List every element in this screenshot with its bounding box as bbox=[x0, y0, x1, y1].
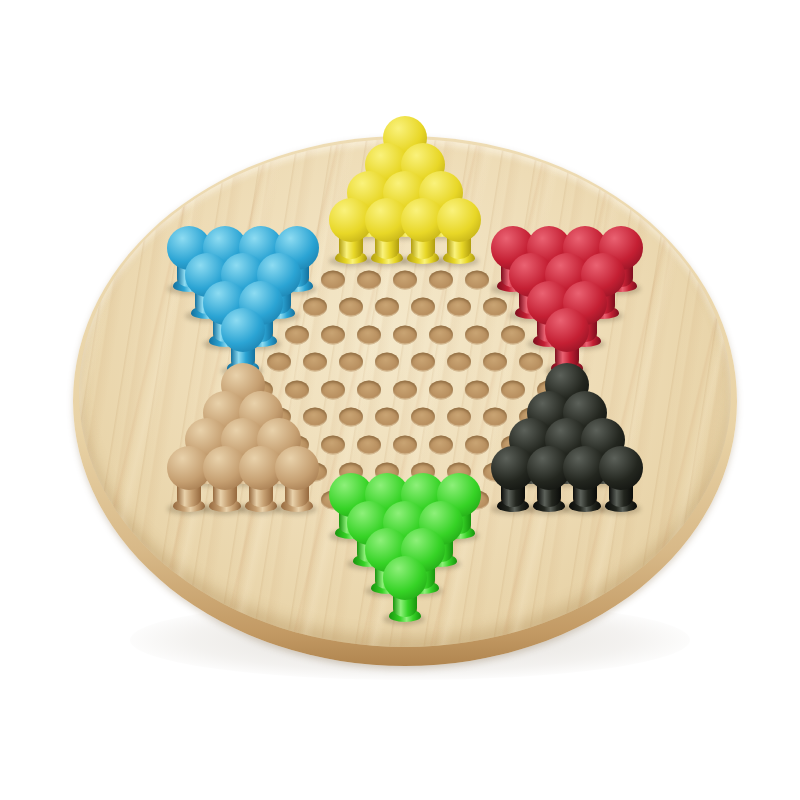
hole bbox=[375, 408, 399, 427]
hole bbox=[501, 325, 525, 344]
peg-ball bbox=[599, 446, 643, 490]
hole bbox=[303, 298, 327, 317]
hole bbox=[465, 435, 489, 454]
board-cell-r10-c8[interactable] bbox=[486, 404, 504, 432]
board-cell-r13-c3[interactable] bbox=[252, 486, 270, 514]
board-cell-r6-c5[interactable] bbox=[342, 294, 360, 322]
board-cell-r6-c6[interactable] bbox=[378, 294, 396, 322]
hole bbox=[303, 408, 327, 427]
board-cell-r13-c4[interactable] bbox=[288, 486, 306, 514]
hole bbox=[321, 435, 345, 454]
hole bbox=[501, 380, 525, 399]
hole bbox=[339, 298, 363, 317]
hole bbox=[357, 270, 381, 289]
board-cell-r11-c7[interactable] bbox=[432, 431, 450, 459]
hole bbox=[429, 380, 453, 399]
chinese-checkers-photo bbox=[0, 0, 800, 800]
board-cell-r9-c6[interactable] bbox=[432, 376, 450, 404]
hole bbox=[339, 408, 363, 427]
hole bbox=[465, 325, 489, 344]
hole bbox=[411, 353, 435, 372]
board-cell-r8-c2[interactable] bbox=[270, 349, 288, 377]
board-cell-r13-c10[interactable] bbox=[504, 486, 522, 514]
board-cell-r8-c4[interactable] bbox=[342, 349, 360, 377]
hole bbox=[357, 325, 381, 344]
board-cell-r13-c11[interactable] bbox=[540, 486, 558, 514]
board-cell-r11-c5[interactable] bbox=[360, 431, 378, 459]
hole bbox=[375, 353, 399, 372]
board-cell-r9-c3[interactable] bbox=[324, 376, 342, 404]
board-cell-r7-c7[interactable] bbox=[432, 321, 450, 349]
hole bbox=[429, 325, 453, 344]
peg-green[interactable] bbox=[383, 556, 427, 622]
board-cell-r13-c12[interactable] bbox=[576, 486, 594, 514]
board-cell-r8-c7[interactable] bbox=[450, 349, 468, 377]
hole bbox=[447, 298, 471, 317]
peg-ball bbox=[383, 556, 427, 600]
hole bbox=[429, 435, 453, 454]
hole bbox=[285, 325, 309, 344]
board-cell-r6-c9[interactable] bbox=[486, 294, 504, 322]
peg-ball bbox=[437, 198, 481, 242]
peg-ball bbox=[221, 308, 265, 352]
hole bbox=[393, 435, 417, 454]
hole bbox=[321, 380, 345, 399]
hole bbox=[483, 408, 507, 427]
hole bbox=[393, 325, 417, 344]
board-cell-r10-c3[interactable] bbox=[306, 404, 324, 432]
board-cell-r5-c8[interactable] bbox=[432, 266, 450, 294]
hole bbox=[393, 270, 417, 289]
board-cell-r4-c4[interactable] bbox=[450, 239, 468, 267]
hole bbox=[375, 298, 399, 317]
hole bbox=[519, 353, 543, 372]
board-cell-r11-c8[interactable] bbox=[468, 431, 486, 459]
board-cell-r5-c9[interactable] bbox=[468, 266, 486, 294]
board-cell-r13-c13[interactable] bbox=[612, 486, 630, 514]
board-cell-r7-c3[interactable] bbox=[288, 321, 306, 349]
peg-ball bbox=[545, 308, 589, 352]
hole bbox=[357, 380, 381, 399]
hole bbox=[447, 408, 471, 427]
hole bbox=[357, 435, 381, 454]
hole bbox=[411, 408, 435, 427]
hole bbox=[483, 353, 507, 372]
board-cell-r7-c5[interactable] bbox=[360, 321, 378, 349]
board-cell-r10-c6[interactable] bbox=[414, 404, 432, 432]
board-cell-r8-c3[interactable] bbox=[306, 349, 324, 377]
hole bbox=[321, 325, 345, 344]
hole bbox=[483, 298, 507, 317]
hole bbox=[429, 270, 453, 289]
hole bbox=[465, 380, 489, 399]
board-cell-r4-c1[interactable] bbox=[342, 239, 360, 267]
hole bbox=[411, 298, 435, 317]
hole bbox=[267, 353, 291, 372]
board-cell-r9-c8[interactable] bbox=[504, 376, 522, 404]
hole bbox=[447, 353, 471, 372]
hole bbox=[393, 380, 417, 399]
board-cell-r9-c5[interactable] bbox=[396, 376, 414, 404]
peg-natural[interactable] bbox=[275, 446, 319, 512]
board-cell-r9-c4[interactable] bbox=[360, 376, 378, 404]
board-cell-r9-c7[interactable] bbox=[468, 376, 486, 404]
board-cell-r11-c4[interactable] bbox=[324, 431, 342, 459]
board-grid bbox=[180, 156, 630, 624]
board-cell-r10-c7[interactable] bbox=[450, 404, 468, 432]
peg-ball bbox=[275, 446, 319, 490]
peg-yellow[interactable] bbox=[437, 198, 481, 264]
board-cell-r17-c1[interactable] bbox=[396, 596, 414, 624]
board-cell-r13-c1[interactable] bbox=[180, 486, 198, 514]
board-cell-r7-c6[interactable] bbox=[396, 321, 414, 349]
hole bbox=[465, 270, 489, 289]
board-cell-r6-c8[interactable] bbox=[450, 294, 468, 322]
peg-black[interactable] bbox=[599, 446, 643, 512]
board-cell-r7-c9[interactable] bbox=[504, 321, 522, 349]
board-cell-r5-c6[interactable] bbox=[360, 266, 378, 294]
board-cell-r7-c8[interactable] bbox=[468, 321, 486, 349]
hole bbox=[285, 380, 309, 399]
board-cell-r9-c2[interactable] bbox=[288, 376, 306, 404]
board-cell-r5-c5[interactable] bbox=[324, 266, 342, 294]
board-cell-r8-c8[interactable] bbox=[486, 349, 504, 377]
board-cell-r11-c6[interactable] bbox=[396, 431, 414, 459]
board-cell-r7-c4[interactable] bbox=[324, 321, 342, 349]
board-cell-r4-c3[interactable] bbox=[414, 239, 432, 267]
board-cell-r8-c6[interactable] bbox=[414, 349, 432, 377]
hole bbox=[303, 353, 327, 372]
board-cell-r13-c2[interactable] bbox=[216, 486, 234, 514]
board-cell-r8-c5[interactable] bbox=[378, 349, 396, 377]
board-cell-r6-c7[interactable] bbox=[414, 294, 432, 322]
board-cell-r10-c4[interactable] bbox=[342, 404, 360, 432]
board-cell-r6-c4[interactable] bbox=[306, 294, 324, 322]
hole bbox=[321, 270, 345, 289]
hole bbox=[339, 353, 363, 372]
board-cell-r10-c5[interactable] bbox=[378, 404, 396, 432]
board-cell-r8-c9[interactable] bbox=[522, 349, 540, 377]
board-cell-r4-c2[interactable] bbox=[378, 239, 396, 267]
board-cell-r5-c7[interactable] bbox=[396, 266, 414, 294]
